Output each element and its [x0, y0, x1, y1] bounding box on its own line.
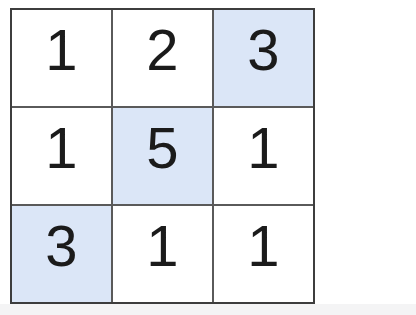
cell-value: 1	[146, 217, 178, 275]
grid-cell-r2-c0: 3	[12, 206, 111, 302]
grid-cell-r0-c0: 1	[12, 10, 111, 106]
grid-cell-r1-c0: 1	[12, 108, 111, 204]
cell-value: 3	[45, 217, 77, 275]
cell-value: 1	[247, 119, 279, 177]
cell-value: 1	[45, 21, 77, 79]
number-grid-board: 1 2 3 1 5 1 3 1 1	[10, 8, 315, 304]
grid-cell-r1-c1: 5	[113, 108, 212, 204]
grid-cell-r2-c1: 1	[113, 206, 212, 302]
cell-value: 2	[146, 21, 178, 79]
page-bottom-strip	[0, 304, 416, 315]
cell-value: 5	[146, 119, 178, 177]
cell-value: 1	[247, 217, 279, 275]
grid-cell-r1-c2: 1	[214, 108, 313, 204]
grid-cell-r2-c2: 1	[214, 206, 313, 302]
grid-cell-r0-c1: 2	[113, 10, 212, 106]
cell-value: 1	[45, 119, 77, 177]
cell-value: 3	[247, 21, 279, 79]
grid-cell-r0-c2: 3	[214, 10, 313, 106]
